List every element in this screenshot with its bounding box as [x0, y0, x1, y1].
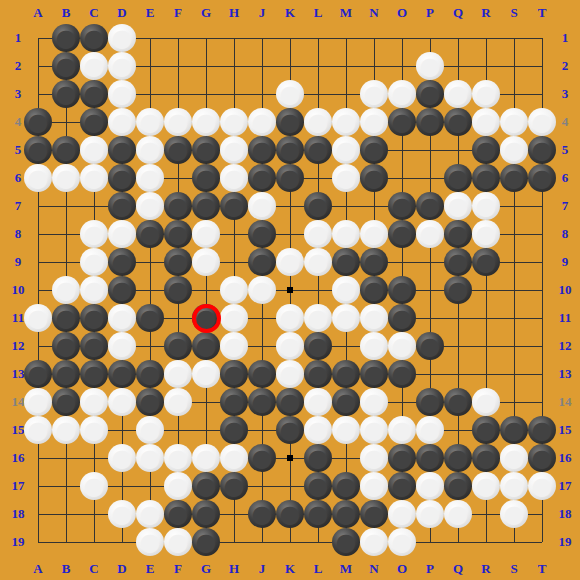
markers-layer	[0, 0, 580, 580]
go-board[interactable]: AABBCCDDEEFFGGHHJJKKLLMMNNOOPPQQRRSSTT11…	[0, 0, 580, 580]
last-move-marker	[192, 304, 221, 333]
